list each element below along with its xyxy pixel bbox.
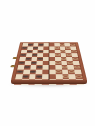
folding-checkers-board: ⛂⛂⛀⛀⛂⛂⛀⛀⛂⛂⛀⛀⛂⛂⛀⛀⛂⛂⛀⛀⛂⛂⛀⛀⛂⛂⛀⛀⛂⛂⛀⛀⛂⛂⛀⛀⛂⛂⛀⛀ <box>11 42 87 80</box>
brass-clasp-icon <box>10 65 15 67</box>
white-piece: ⛀ <box>75 74 83 79</box>
board-front-edge <box>11 80 87 84</box>
wooden-frame: ⛂⛂⛀⛀⛂⛂⛀⛀⛂⛂⛀⛀⛂⛂⛀⛀⛂⛂⛀⛀⛂⛂⛀⛀⛂⛂⛀⛀⛂⛂⛀⛀⛂⛂⛀⛀⛂⛂⛀⛀ <box>11 42 87 80</box>
fold-hinge-seam <box>49 42 50 80</box>
product-photo-scene: ⛂⛂⛀⛀⛂⛂⛀⛀⛂⛂⛀⛀⛂⛂⛀⛀⛂⛂⛀⛀⛂⛂⛀⛀⛂⛂⛀⛀⛂⛂⛀⛀⛂⛂⛀⛀⛂⛂⛀⛀ <box>0 0 95 126</box>
brass-clasp-icon <box>13 57 18 59</box>
